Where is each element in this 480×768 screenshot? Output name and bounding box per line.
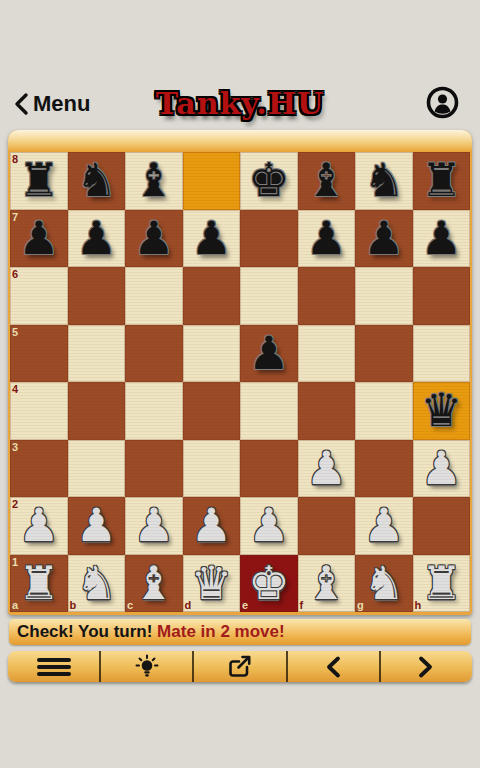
rank-label-3: 3 xyxy=(12,442,18,453)
status-bar: Check! You turn! Mate in 2 move! xyxy=(9,619,471,645)
square-f5[interactable] xyxy=(298,325,356,383)
piece-black-pawn[interactable]: ♟ xyxy=(10,210,68,268)
piece-black-pawn[interactable]: ♟ xyxy=(240,325,298,383)
square-c7[interactable]: ♟ xyxy=(125,210,183,268)
rank-label-4: 4 xyxy=(12,384,18,395)
square-e1[interactable]: e♚ xyxy=(240,555,298,613)
piece-white-knight[interactable]: ♞ xyxy=(68,555,126,613)
share-button[interactable] xyxy=(192,651,285,682)
square-d7[interactable]: ♟ xyxy=(183,210,241,268)
square-f6[interactable] xyxy=(298,267,356,325)
square-a2[interactable]: 2♟ xyxy=(10,497,68,555)
square-h5[interactable] xyxy=(413,325,471,383)
square-d8[interactable] xyxy=(183,152,241,210)
piece-black-rook[interactable]: ♜ xyxy=(10,152,68,210)
square-c6[interactable] xyxy=(125,267,183,325)
piece-white-king[interactable]: ♚ xyxy=(240,555,298,613)
square-d1[interactable]: d♛ xyxy=(183,555,241,613)
square-h8[interactable]: ♜ xyxy=(413,152,471,210)
square-g5[interactable] xyxy=(355,325,413,383)
square-g2[interactable]: ♟ xyxy=(355,497,413,555)
chevron-left-icon xyxy=(324,655,342,679)
square-g1[interactable]: g♞ xyxy=(355,555,413,613)
square-e3[interactable] xyxy=(240,440,298,498)
square-c5[interactable] xyxy=(125,325,183,383)
hint-button[interactable] xyxy=(99,651,192,682)
square-g6[interactable] xyxy=(355,267,413,325)
rank-label-6: 6 xyxy=(12,269,18,280)
piece-white-pawn[interactable]: ♟ xyxy=(125,497,183,555)
bottom-toolbar xyxy=(8,651,472,682)
piece-black-rook[interactable]: ♜ xyxy=(413,152,471,210)
square-f7[interactable]: ♟ xyxy=(298,210,356,268)
mate-warning: Mate in 2 move! xyxy=(157,622,285,641)
square-d4[interactable] xyxy=(183,382,241,440)
piece-white-rook[interactable]: ♜ xyxy=(413,555,471,613)
square-a1[interactable]: 1a♜ xyxy=(10,555,68,613)
piece-white-pawn[interactable]: ♟ xyxy=(10,497,68,555)
square-g4[interactable] xyxy=(355,382,413,440)
square-a3[interactable]: 3 xyxy=(10,440,68,498)
piece-black-pawn[interactable]: ♟ xyxy=(183,210,241,268)
next-move-button[interactable] xyxy=(379,651,472,682)
piece-black-knight[interactable]: ♞ xyxy=(68,152,126,210)
square-b7[interactable]: ♟ xyxy=(68,210,126,268)
piece-white-pawn[interactable]: ♟ xyxy=(355,497,413,555)
square-g8[interactable]: ♞ xyxy=(355,152,413,210)
square-h7[interactable]: ♟ xyxy=(413,210,471,268)
square-a8[interactable]: 8♜ xyxy=(10,152,68,210)
square-f8[interactable]: ♝ xyxy=(298,152,356,210)
board-panel-top-bar xyxy=(8,130,472,152)
piece-black-pawn[interactable]: ♟ xyxy=(355,210,413,268)
square-f4[interactable] xyxy=(298,382,356,440)
square-d6[interactable] xyxy=(183,267,241,325)
square-e4[interactable] xyxy=(240,382,298,440)
square-d3[interactable] xyxy=(183,440,241,498)
square-a5[interactable]: 5 xyxy=(10,325,68,383)
piece-white-pawn[interactable]: ♟ xyxy=(298,440,356,498)
hamburger-icon xyxy=(36,657,72,677)
piece-white-bishop[interactable]: ♝ xyxy=(125,555,183,613)
square-h1[interactable]: h♜ xyxy=(413,555,471,613)
previous-move-button[interactable] xyxy=(286,651,379,682)
lightbulb-icon xyxy=(134,654,160,680)
square-f2[interactable] xyxy=(298,497,356,555)
piece-black-pawn[interactable]: ♟ xyxy=(298,210,356,268)
square-a6[interactable]: 6 xyxy=(10,267,68,325)
square-b2[interactable]: ♟ xyxy=(68,497,126,555)
piece-black-pawn[interactable]: ♟ xyxy=(413,210,471,268)
square-e7[interactable] xyxy=(240,210,298,268)
square-c2[interactable]: ♟ xyxy=(125,497,183,555)
square-e8[interactable]: ♚ xyxy=(240,152,298,210)
rank-label-5: 5 xyxy=(12,327,18,338)
piece-black-bishop[interactable]: ♝ xyxy=(125,152,183,210)
square-b6[interactable] xyxy=(68,267,126,325)
square-e6[interactable] xyxy=(240,267,298,325)
board-panel: 8♜♞♝♚♝♞♜7♟♟♟♟♟♟♟65♟4♛3♟♟2♟♟♟♟♟♟1a♜b♞c♝d♛… xyxy=(8,130,472,615)
share-icon xyxy=(226,653,254,681)
chess-board[interactable]: 8♜♞♝♚♝♞♜7♟♟♟♟♟♟♟65♟4♛3♟♟2♟♟♟♟♟♟1a♜b♞c♝d♛… xyxy=(10,152,470,612)
square-b3[interactable] xyxy=(68,440,126,498)
square-b1[interactable]: b♞ xyxy=(68,555,126,613)
square-g7[interactable]: ♟ xyxy=(355,210,413,268)
square-h4[interactable]: ♛ xyxy=(413,382,471,440)
piece-black-king[interactable]: ♚ xyxy=(240,152,298,210)
square-b5[interactable] xyxy=(68,325,126,383)
piece-white-pawn[interactable]: ♟ xyxy=(240,497,298,555)
square-d2[interactable]: ♟ xyxy=(183,497,241,555)
piece-white-pawn[interactable]: ♟ xyxy=(68,497,126,555)
piece-black-knight[interactable]: ♞ xyxy=(355,152,413,210)
square-h6[interactable] xyxy=(413,267,471,325)
piece-white-pawn[interactable]: ♟ xyxy=(183,497,241,555)
menu-button[interactable] xyxy=(8,651,99,682)
square-c8[interactable]: ♝ xyxy=(125,152,183,210)
profile-button[interactable] xyxy=(426,86,459,119)
piece-black-pawn[interactable]: ♟ xyxy=(68,210,126,268)
square-b4[interactable] xyxy=(68,382,126,440)
status-message: Check! You turn! xyxy=(17,622,157,641)
app-logo: Tanky.HU xyxy=(0,86,480,121)
square-e2[interactable]: ♟ xyxy=(240,497,298,555)
square-a7[interactable]: 7♟ xyxy=(10,210,68,268)
square-f3[interactable]: ♟ xyxy=(298,440,356,498)
piece-black-bishop[interactable]: ♝ xyxy=(298,152,356,210)
piece-black-queen[interactable]: ♛ xyxy=(413,382,471,440)
square-d5[interactable] xyxy=(183,325,241,383)
square-b8[interactable]: ♞ xyxy=(68,152,126,210)
piece-black-pawn[interactable]: ♟ xyxy=(125,210,183,268)
piece-white-pawn[interactable]: ♟ xyxy=(413,440,471,498)
piece-white-queen[interactable]: ♛ xyxy=(183,555,241,613)
square-c1[interactable]: c♝ xyxy=(125,555,183,613)
square-c3[interactable] xyxy=(125,440,183,498)
square-g3[interactable] xyxy=(355,440,413,498)
piece-white-knight[interactable]: ♞ xyxy=(355,555,413,613)
square-h2[interactable] xyxy=(413,497,471,555)
square-f1[interactable]: f♝ xyxy=(298,555,356,613)
profile-icon xyxy=(426,86,459,119)
chevron-right-icon xyxy=(417,655,435,679)
square-e5[interactable]: ♟ xyxy=(240,325,298,383)
piece-white-rook[interactable]: ♜ xyxy=(10,555,68,613)
piece-white-bishop[interactable]: ♝ xyxy=(298,555,356,613)
square-a4[interactable]: 4 xyxy=(10,382,68,440)
square-h3[interactable]: ♟ xyxy=(413,440,471,498)
square-c4[interactable] xyxy=(125,382,183,440)
